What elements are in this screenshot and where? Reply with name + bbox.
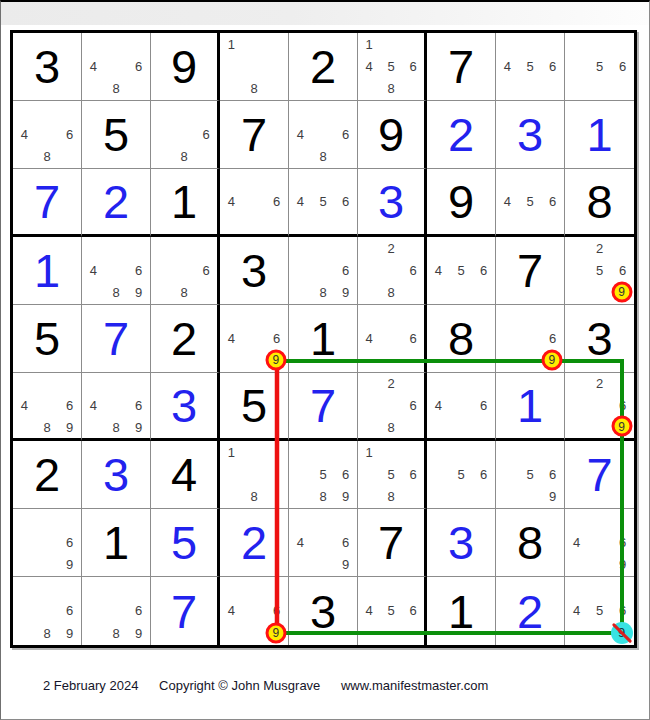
cell-r1c9[interactable]: 56 bbox=[565, 33, 634, 101]
candidate-grid: 456 bbox=[289, 169, 357, 234]
cell-r7c5[interactable]: 5689 bbox=[289, 441, 358, 509]
candidate-empty bbox=[541, 169, 564, 191]
candidate-empty bbox=[243, 463, 266, 485]
candidate-empty bbox=[496, 305, 519, 327]
cell-r5c2[interactable]: 7 bbox=[82, 305, 151, 373]
solved-digit: 2 bbox=[82, 169, 150, 234]
candidate-grid: 68 bbox=[151, 101, 217, 168]
cell-r9c4[interactable]: 4699 bbox=[220, 577, 289, 645]
cell-r4c7[interactable]: 456 bbox=[427, 237, 496, 305]
candidate-empty bbox=[472, 237, 495, 259]
candidate-empty bbox=[496, 463, 519, 485]
circled-candidate: 9 bbox=[548, 353, 555, 367]
candidate-empty bbox=[36, 554, 59, 576]
candidate-empty bbox=[565, 282, 588, 304]
candidate-empty bbox=[402, 33, 424, 55]
candidate-empty bbox=[380, 327, 402, 349]
candidate-empty bbox=[496, 212, 519, 234]
candidate-4: 4 bbox=[220, 600, 243, 623]
candidate-5: 5 bbox=[312, 191, 335, 213]
footer-date: 2 February 2024 bbox=[43, 678, 138, 693]
solved-digit: 7 bbox=[82, 305, 150, 372]
cell-r7c1[interactable]: 2 bbox=[13, 441, 82, 509]
candidate-4: 4 bbox=[427, 395, 450, 417]
given-digit: 4 bbox=[151, 441, 217, 508]
candidate-9: 9 bbox=[58, 554, 81, 576]
circled-candidate: 9 bbox=[618, 285, 625, 299]
candidate-4: 4 bbox=[496, 191, 519, 213]
cell-r1c6[interactable]: 14568 bbox=[358, 33, 427, 101]
candidate-empty bbox=[358, 259, 380, 281]
candidate-1: 1 bbox=[358, 441, 380, 463]
cell-r9c8[interactable]: 2 bbox=[496, 577, 565, 645]
cell-r8c6[interactable]: 7 bbox=[358, 509, 427, 577]
given-digit: 7 bbox=[220, 101, 288, 168]
candidate-empty bbox=[105, 33, 128, 55]
cell-r5c5[interactable]: 1 bbox=[289, 305, 358, 373]
cell-r3c1[interactable]: 7 bbox=[13, 169, 82, 237]
cell-r6c8[interactable]: 1 bbox=[496, 373, 565, 441]
candidate-6: 6 bbox=[195, 259, 217, 281]
cell-r8c7[interactable]: 3 bbox=[427, 509, 496, 577]
candidate-empty bbox=[289, 169, 312, 191]
candidate-empty bbox=[243, 600, 266, 623]
candidate-6: 6 bbox=[611, 55, 634, 77]
candidate-8: 8 bbox=[105, 416, 128, 438]
solved-digit: 5 bbox=[151, 509, 217, 576]
candidate-empty bbox=[220, 169, 243, 191]
cell-r1c2[interactable]: 468 bbox=[82, 33, 151, 101]
candidate-empty bbox=[265, 78, 288, 100]
candidate-empty bbox=[565, 33, 588, 55]
cell-r1c3[interactable]: 9 bbox=[151, 33, 220, 101]
candidate-empty bbox=[427, 441, 450, 463]
cell-r7c9[interactable]: 7 bbox=[565, 441, 634, 509]
candidate-6: 6 bbox=[334, 531, 357, 553]
cell-r6c1[interactable]: 4689 bbox=[13, 373, 82, 441]
solved-digit: 3 bbox=[358, 169, 424, 234]
candidate-empty bbox=[541, 212, 564, 234]
cell-r3c9[interactable]: 8 bbox=[565, 169, 634, 237]
cell-r3c5[interactable]: 456 bbox=[289, 169, 358, 237]
cell-r4c2[interactable]: 4689 bbox=[82, 237, 151, 305]
candidate-empty bbox=[358, 282, 380, 304]
cell-r6c4[interactable]: 5 bbox=[220, 373, 289, 441]
candidate-empty bbox=[220, 212, 243, 234]
candidate-4: 4 bbox=[13, 395, 36, 417]
cell-r8c2[interactable]: 1 bbox=[82, 509, 151, 577]
candidate-4: 4 bbox=[289, 531, 312, 553]
candidate-empty bbox=[358, 486, 380, 508]
candidate-empty bbox=[450, 373, 473, 395]
given-digit: 9 bbox=[151, 33, 217, 100]
candidate-4: 4 bbox=[289, 123, 312, 145]
cell-r2c8[interactable]: 3 bbox=[496, 101, 565, 169]
cell-r2c4[interactable]: 7 bbox=[220, 101, 289, 169]
candidate-empty bbox=[427, 237, 450, 259]
cell-r6c5[interactable]: 7 bbox=[289, 373, 358, 441]
candidate-4: 4 bbox=[358, 600, 380, 623]
candidate-6: 6 bbox=[611, 259, 634, 281]
candidate-grid: 689 bbox=[13, 577, 81, 645]
candidate-empty bbox=[472, 282, 495, 304]
candidate-empty bbox=[519, 441, 542, 463]
candidate-8: 8 bbox=[380, 486, 402, 508]
candidate-empty bbox=[151, 259, 173, 281]
candidate-4: 4 bbox=[289, 191, 312, 213]
candidate-empty bbox=[519, 78, 542, 100]
candidate-empty bbox=[312, 441, 335, 463]
candidate-empty bbox=[358, 463, 380, 485]
cell-r2c3[interactable]: 68 bbox=[151, 101, 220, 169]
given-digit: 5 bbox=[82, 101, 150, 168]
cell-r4c6[interactable]: 268 bbox=[358, 237, 427, 305]
candidate-empty bbox=[312, 101, 335, 123]
chain-node-circle: 9 bbox=[611, 416, 632, 437]
candidate-empty bbox=[36, 531, 59, 553]
given-digit: 7 bbox=[496, 237, 564, 304]
candidate-empty bbox=[450, 441, 473, 463]
candidate-empty bbox=[588, 78, 611, 100]
cell-r2c6[interactable]: 9 bbox=[358, 101, 427, 169]
cell-r6c7[interactable]: 46 bbox=[427, 373, 496, 441]
cell-r8c3[interactable]: 5 bbox=[151, 509, 220, 577]
candidate-empty bbox=[13, 101, 36, 123]
cell-r4c5[interactable]: 689 bbox=[289, 237, 358, 305]
candidate-empty bbox=[611, 237, 634, 259]
cell-r4c9[interactable]: 25699 bbox=[565, 237, 634, 305]
given-digit: 8 bbox=[565, 169, 634, 234]
candidate-empty bbox=[450, 486, 473, 508]
candidate-empty bbox=[541, 305, 564, 327]
candidate-empty bbox=[105, 259, 128, 281]
title-bar bbox=[1, 2, 649, 25]
cell-r1c4[interactable]: 18 bbox=[220, 33, 289, 101]
candidate-8: 8 bbox=[380, 416, 402, 438]
cell-r7c2[interactable]: 3 bbox=[82, 441, 151, 509]
candidate-empty bbox=[588, 395, 611, 417]
candidate-grid: 689 bbox=[289, 237, 357, 304]
candidate-8: 8 bbox=[312, 486, 335, 508]
cell-r1c8[interactable]: 456 bbox=[496, 33, 565, 101]
candidate-empty bbox=[220, 78, 243, 100]
given-digit: 1 bbox=[289, 305, 357, 372]
candidate-9: 9 bbox=[127, 416, 150, 438]
given-digit: 1 bbox=[427, 577, 495, 645]
solved-digit: 1 bbox=[496, 373, 564, 438]
candidate-6: 6 bbox=[127, 600, 150, 623]
candidate-empty bbox=[13, 416, 36, 438]
candidate-empty bbox=[243, 55, 266, 77]
cell-r2c2[interactable]: 5 bbox=[82, 101, 151, 169]
candidate-grid: 56 bbox=[427, 441, 495, 508]
candidate-empty bbox=[380, 350, 402, 372]
candidate-empty bbox=[565, 554, 588, 576]
candidate-empty bbox=[173, 123, 195, 145]
candidate-empty bbox=[588, 622, 611, 645]
candidate-6: 6 bbox=[402, 600, 424, 623]
candidate-empty bbox=[519, 350, 542, 372]
cell-r3c2[interactable]: 2 bbox=[82, 169, 151, 237]
candidate-empty bbox=[402, 350, 424, 372]
candidate-6: 6 bbox=[541, 55, 564, 77]
candidate-6: 6 bbox=[127, 259, 150, 281]
candidate-empty bbox=[220, 463, 243, 485]
candidate-empty bbox=[496, 327, 519, 349]
candidate-empty bbox=[13, 509, 36, 531]
cell-r5c3[interactable]: 2 bbox=[151, 305, 220, 373]
candidate-empty bbox=[588, 554, 611, 576]
candidate-6: 6 bbox=[58, 123, 81, 145]
cell-r2c7[interactable]: 2 bbox=[427, 101, 496, 169]
given-digit: 9 bbox=[358, 101, 424, 168]
candidate-empty bbox=[565, 577, 588, 600]
candidate-9: 9 bbox=[541, 486, 564, 508]
solved-digit: 7 bbox=[151, 577, 217, 645]
candidate-empty bbox=[127, 33, 150, 55]
cell-r3c4[interactable]: 46 bbox=[220, 169, 289, 237]
candidate-5: 5 bbox=[380, 463, 402, 485]
cell-r8c8[interactable]: 8 bbox=[496, 509, 565, 577]
cell-r9c5[interactable]: 3 bbox=[289, 577, 358, 645]
given-digit: 5 bbox=[13, 305, 81, 372]
cell-r2c1[interactable]: 468 bbox=[13, 101, 82, 169]
cell-r4c8[interactable]: 7 bbox=[496, 237, 565, 305]
given-digit: 2 bbox=[13, 441, 81, 508]
candidate-6: 6 bbox=[611, 600, 634, 623]
candidate-1: 1 bbox=[220, 33, 243, 55]
candidate-empty bbox=[173, 259, 195, 281]
candidate-empty bbox=[105, 577, 128, 600]
candidate-empty bbox=[13, 600, 36, 623]
cell-r8c9[interactable]: 469 bbox=[565, 509, 634, 577]
candidate-grid: 69 bbox=[13, 509, 81, 576]
candidate-6: 6 bbox=[541, 191, 564, 213]
candidate-8: 8 bbox=[173, 282, 195, 304]
candidate-4: 4 bbox=[82, 259, 105, 281]
candidate-empty bbox=[402, 441, 424, 463]
candidate-grid: 68 bbox=[151, 237, 217, 304]
cell-r1c7[interactable]: 7 bbox=[427, 33, 496, 101]
cell-r5c7[interactable]: 8 bbox=[427, 305, 496, 373]
cell-r7c7[interactable]: 56 bbox=[427, 441, 496, 509]
candidate-6: 6 bbox=[472, 395, 495, 417]
cell-r9c9[interactable]: 45699 bbox=[565, 577, 634, 645]
chain-node-circle: 9 bbox=[265, 622, 286, 643]
candidate-grid: 469 bbox=[565, 509, 634, 576]
candidate-empty bbox=[358, 416, 380, 438]
candidate-5: 5 bbox=[519, 463, 542, 485]
candidate-empty bbox=[82, 78, 105, 100]
candidate-empty bbox=[265, 305, 288, 327]
cell-r9c6[interactable]: 456 bbox=[358, 577, 427, 645]
candidate-empty bbox=[334, 146, 357, 168]
candidate-empty bbox=[519, 305, 542, 327]
candidate-8: 8 bbox=[105, 622, 128, 645]
candidate-empty bbox=[472, 441, 495, 463]
candidate-empty bbox=[496, 486, 519, 508]
candidate-empty bbox=[402, 622, 424, 645]
cell-r6c3[interactable]: 3 bbox=[151, 373, 220, 441]
given-digit: 9 bbox=[427, 169, 495, 234]
candidate-empty bbox=[243, 441, 266, 463]
cell-r9c2[interactable]: 689 bbox=[82, 577, 151, 645]
candidate-empty bbox=[496, 441, 519, 463]
candidate-empty bbox=[243, 622, 266, 645]
candidate-6: 6 bbox=[334, 191, 357, 213]
candidate-empty bbox=[289, 237, 312, 259]
candidate-empty bbox=[588, 282, 611, 304]
footer-site: www.manifestmaster.com bbox=[341, 678, 488, 693]
candidate-grid: 456 bbox=[358, 577, 424, 645]
cell-r6c9[interactable]: 2699 bbox=[565, 373, 634, 441]
candidate-4: 4 bbox=[358, 55, 380, 77]
candidate-empty bbox=[289, 463, 312, 485]
candidate-empty bbox=[450, 395, 473, 417]
candidate-empty bbox=[265, 212, 288, 234]
candidate-grid: 456 bbox=[427, 237, 495, 304]
cell-r1c5[interactable]: 2 bbox=[289, 33, 358, 101]
candidate-empty bbox=[312, 554, 335, 576]
candidate-empty bbox=[220, 577, 243, 600]
candidate-empty bbox=[58, 577, 81, 600]
cell-r3c3[interactable]: 1 bbox=[151, 169, 220, 237]
footer-copyright: Copyright © John Musgrave bbox=[159, 678, 320, 693]
candidate-empty bbox=[289, 509, 312, 531]
candidate-9: 9 bbox=[127, 622, 150, 645]
solved-digit: 1 bbox=[565, 101, 634, 168]
candidate-empty bbox=[611, 577, 634, 600]
cell-r8c5[interactable]: 469 bbox=[289, 509, 358, 577]
candidate-empty bbox=[36, 395, 59, 417]
candidate-grid: 456 bbox=[496, 33, 564, 100]
chain-node-circle: 9 bbox=[265, 349, 286, 370]
cell-r5c8[interactable]: 699 bbox=[496, 305, 565, 373]
candidate-6: 6 bbox=[402, 327, 424, 349]
cell-r5c9[interactable]: 3 bbox=[565, 305, 634, 373]
candidate-5: 5 bbox=[519, 55, 542, 77]
candidate-empty bbox=[402, 577, 424, 600]
candidate-empty bbox=[220, 350, 243, 372]
candidate-empty bbox=[541, 78, 564, 100]
candidate-empty bbox=[82, 237, 105, 259]
candidate-empty bbox=[289, 282, 312, 304]
candidate-empty bbox=[265, 486, 288, 508]
chain-node-circle: 9 bbox=[541, 349, 562, 370]
candidate-grid: 46 bbox=[220, 169, 288, 234]
candidate-empty bbox=[427, 416, 450, 438]
cell-r2c9[interactable]: 1 bbox=[565, 101, 634, 169]
cell-r4c1[interactable]: 1 bbox=[13, 237, 82, 305]
cell-r1c1[interactable]: 3 bbox=[13, 33, 82, 101]
candidate-empty bbox=[312, 237, 335, 259]
candidate-2: 2 bbox=[380, 373, 402, 395]
candidate-empty bbox=[36, 600, 59, 623]
candidate-empty bbox=[611, 509, 634, 531]
cell-r9c7[interactable]: 1 bbox=[427, 577, 496, 645]
candidate-empty bbox=[82, 33, 105, 55]
candidate-2: 2 bbox=[380, 237, 402, 259]
candidate-empty bbox=[13, 622, 36, 645]
candidate-empty bbox=[243, 169, 266, 191]
cell-r2c5[interactable]: 468 bbox=[289, 101, 358, 169]
candidate-empty bbox=[265, 577, 288, 600]
candidate-empty bbox=[289, 212, 312, 234]
candidate-empty bbox=[380, 622, 402, 645]
candidate-empty bbox=[450, 416, 473, 438]
candidate-grid: 4689 bbox=[13, 373, 81, 438]
candidate-1: 1 bbox=[358, 33, 380, 55]
cell-r7c8[interactable]: 569 bbox=[496, 441, 565, 509]
candidate-6: 6 bbox=[334, 123, 357, 145]
candidate-empty bbox=[358, 622, 380, 645]
candidate-empty bbox=[402, 282, 424, 304]
candidate-empty bbox=[380, 395, 402, 417]
cell-r5c1[interactable]: 5 bbox=[13, 305, 82, 373]
candidate-empty bbox=[427, 463, 450, 485]
cell-r3c6[interactable]: 3 bbox=[358, 169, 427, 237]
cell-r9c3[interactable]: 7 bbox=[151, 577, 220, 645]
solved-digit: 7 bbox=[13, 169, 81, 234]
candidate-6: 6 bbox=[541, 327, 564, 349]
cell-r4c4[interactable]: 3 bbox=[220, 237, 289, 305]
candidate-empty bbox=[82, 373, 105, 395]
cell-r7c6[interactable]: 1568 bbox=[358, 441, 427, 509]
candidate-empty bbox=[334, 509, 357, 531]
candidate-5: 5 bbox=[588, 600, 611, 623]
cell-r9c1[interactable]: 689 bbox=[13, 577, 82, 645]
cell-r5c4[interactable]: 4699 bbox=[220, 305, 289, 373]
candidate-4: 4 bbox=[82, 395, 105, 417]
candidate-empty bbox=[243, 350, 266, 372]
candidate-6: 6 bbox=[402, 395, 424, 417]
candidate-empty bbox=[289, 146, 312, 168]
candidate-empty bbox=[195, 282, 217, 304]
candidate-empty bbox=[588, 577, 611, 600]
cell-r6c2[interactable]: 4689 bbox=[82, 373, 151, 441]
candidate-empty bbox=[565, 622, 588, 645]
cell-r3c8[interactable]: 456 bbox=[496, 169, 565, 237]
candidate-4: 4 bbox=[220, 191, 243, 213]
candidate-empty bbox=[289, 101, 312, 123]
candidate-6: 6 bbox=[611, 531, 634, 553]
candidate-grid: 689 bbox=[82, 577, 150, 645]
candidate-empty bbox=[358, 350, 380, 372]
candidate-empty bbox=[82, 600, 105, 623]
candidate-6: 6 bbox=[265, 191, 288, 213]
candidate-empty bbox=[151, 146, 173, 168]
cell-r8c1[interactable]: 69 bbox=[13, 509, 82, 577]
candidate-grid: 46 bbox=[358, 305, 424, 372]
cell-r5c6[interactable]: 46 bbox=[358, 305, 427, 373]
candidate-empty bbox=[58, 146, 81, 168]
cell-r3c7[interactable]: 9 bbox=[427, 169, 496, 237]
cell-r7c4[interactable]: 18 bbox=[220, 441, 289, 509]
candidate-2: 2 bbox=[588, 237, 611, 259]
candidate-empty bbox=[105, 395, 128, 417]
elimination-circle: 9 bbox=[611, 622, 633, 644]
cell-r8c4[interactable]: 2 bbox=[220, 509, 289, 577]
candidate-6: 6 bbox=[265, 600, 288, 623]
candidate-empty bbox=[105, 237, 128, 259]
candidate-empty bbox=[472, 373, 495, 395]
candidate-4: 4 bbox=[496, 55, 519, 77]
cell-r6c6[interactable]: 268 bbox=[358, 373, 427, 441]
candidate-empty bbox=[265, 169, 288, 191]
cell-r4c3[interactable]: 68 bbox=[151, 237, 220, 305]
candidate-empty bbox=[265, 33, 288, 55]
cell-r7c3[interactable]: 4 bbox=[151, 441, 220, 509]
